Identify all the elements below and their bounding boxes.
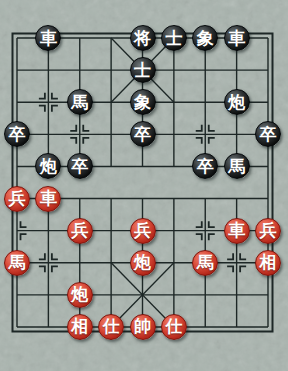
piece-glyph: 馬 (228, 157, 245, 174)
piece-red-general[interactable]: 帥 (130, 314, 156, 340)
piece-red-soldier[interactable]: 兵 (4, 186, 30, 212)
piece-glyph: 仕 (103, 318, 120, 335)
piece-black-advisor[interactable]: 士 (130, 57, 156, 83)
piece-glyph: 卒 (260, 125, 277, 142)
piece-glyph: 馬 (9, 254, 26, 271)
piece-glyph: 士 (134, 61, 151, 78)
piece-glyph: 炮 (134, 254, 151, 271)
piece-glyph: 兵 (9, 190, 26, 207)
piece-glyph: 車 (40, 29, 57, 46)
piece-glyph: 車 (40, 190, 57, 207)
piece-glyph: 帥 (134, 318, 151, 335)
piece-black-chariot[interactable]: 車 (35, 25, 61, 51)
piece-glyph: 車 (228, 29, 245, 46)
piece-glyph: 仕 (165, 318, 182, 335)
piece-glyph: 馬 (71, 93, 88, 110)
piece-glyph: 兵 (71, 222, 88, 239)
piece-red-advisor[interactable]: 仕 (161, 314, 187, 340)
pieces-layer: 車将士象車士馬象炮卒卒卒炮卒卒馬兵車兵兵車兵馬炮馬相炮相仕帥仕 (0, 0, 288, 371)
piece-glyph: 相 (71, 318, 88, 335)
piece-red-soldier[interactable]: 兵 (255, 218, 281, 244)
piece-black-elephant[interactable]: 象 (192, 25, 218, 51)
piece-black-soldier[interactable]: 卒 (67, 153, 93, 179)
piece-black-horse[interactable]: 馬 (67, 89, 93, 115)
piece-glyph: 炮 (40, 157, 57, 174)
piece-red-soldier[interactable]: 兵 (130, 218, 156, 244)
piece-black-soldier[interactable]: 卒 (4, 121, 30, 147)
piece-glyph: 卒 (71, 157, 88, 174)
piece-black-elephant[interactable]: 象 (130, 89, 156, 115)
piece-red-cannon[interactable]: 炮 (130, 250, 156, 276)
piece-glyph: 相 (260, 254, 277, 271)
piece-red-horse[interactable]: 馬 (4, 250, 30, 276)
piece-black-cannon[interactable]: 炮 (224, 89, 250, 115)
piece-black-general[interactable]: 将 (130, 25, 156, 51)
piece-red-cannon[interactable]: 炮 (67, 282, 93, 308)
piece-glyph: 卒 (134, 125, 151, 142)
xiangqi-board: 車将士象車士馬象炮卒卒卒炮卒卒馬兵車兵兵車兵馬炮馬相炮相仕帥仕 (0, 0, 288, 371)
piece-red-chariot[interactable]: 車 (224, 218, 250, 244)
piece-glyph: 車 (228, 222, 245, 239)
piece-glyph: 馬 (197, 254, 214, 271)
piece-glyph: 将 (134, 29, 151, 46)
piece-red-elephant[interactable]: 相 (255, 250, 281, 276)
piece-glyph: 士 (165, 29, 182, 46)
piece-glyph: 象 (197, 29, 214, 46)
piece-glyph: 兵 (260, 222, 277, 239)
piece-glyph: 卒 (9, 125, 26, 142)
piece-black-soldier[interactable]: 卒 (130, 121, 156, 147)
piece-glyph: 卒 (197, 157, 214, 174)
piece-black-cannon[interactable]: 炮 (35, 153, 61, 179)
piece-black-advisor[interactable]: 士 (161, 25, 187, 51)
piece-black-horse[interactable]: 馬 (224, 153, 250, 179)
piece-black-soldier[interactable]: 卒 (192, 153, 218, 179)
piece-red-soldier[interactable]: 兵 (67, 218, 93, 244)
piece-glyph: 象 (134, 93, 151, 110)
piece-red-advisor[interactable]: 仕 (98, 314, 124, 340)
piece-red-chariot[interactable]: 車 (35, 186, 61, 212)
piece-black-chariot[interactable]: 車 (224, 25, 250, 51)
piece-glyph: 兵 (134, 222, 151, 239)
piece-red-elephant[interactable]: 相 (67, 314, 93, 340)
piece-glyph: 炮 (71, 286, 88, 303)
piece-black-soldier[interactable]: 卒 (255, 121, 281, 147)
piece-red-horse[interactable]: 馬 (192, 250, 218, 276)
piece-glyph: 炮 (228, 93, 245, 110)
